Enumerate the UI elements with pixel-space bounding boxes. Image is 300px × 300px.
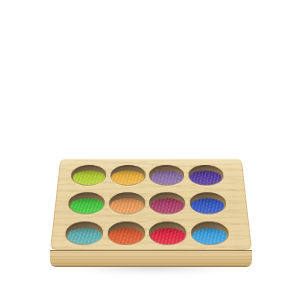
pit-hole xyxy=(188,165,224,185)
sorting-board xyxy=(50,159,252,250)
felt-disc xyxy=(66,228,102,244)
pit-hole xyxy=(108,193,145,214)
felt-disc xyxy=(108,228,143,244)
pit-r3c1 xyxy=(62,218,106,249)
pit-hole xyxy=(68,193,106,214)
pit-hole xyxy=(149,222,187,245)
board-side-face xyxy=(50,250,252,267)
felt-disc xyxy=(192,228,228,244)
pit-hole xyxy=(149,193,186,214)
pit-hole xyxy=(189,193,227,214)
pit-r2c2 xyxy=(106,189,147,218)
felt-disc xyxy=(151,198,185,213)
felt-disc xyxy=(110,198,144,213)
pit-hole xyxy=(107,222,145,245)
pit-hole xyxy=(110,165,146,185)
felt-disc xyxy=(191,198,226,213)
felt-disc xyxy=(189,171,222,185)
felt-disc xyxy=(111,171,144,185)
pit-hole xyxy=(149,165,184,185)
pit-hole xyxy=(65,222,104,245)
felt-disc xyxy=(151,171,184,185)
pit-r1c3 xyxy=(147,162,187,189)
pit-r3c4 xyxy=(188,218,232,249)
pit-r2c3 xyxy=(147,189,188,218)
pit-hole xyxy=(70,165,107,185)
pit-r2c4 xyxy=(187,189,229,218)
pit-r3c2 xyxy=(105,218,148,249)
background: { "game": "wooden color sorting board (3… xyxy=(0,0,300,300)
felt-disc xyxy=(72,171,105,185)
felt-disc xyxy=(151,228,186,244)
pit-r1c1 xyxy=(68,162,109,189)
pit-hole xyxy=(190,222,229,245)
pit-r2c1 xyxy=(65,189,107,218)
felt-disc xyxy=(69,198,104,213)
pit-r3c3 xyxy=(147,218,189,249)
product-photo-scene xyxy=(0,0,300,300)
pit-r1c4 xyxy=(186,162,227,189)
pit-r1c2 xyxy=(108,162,148,189)
